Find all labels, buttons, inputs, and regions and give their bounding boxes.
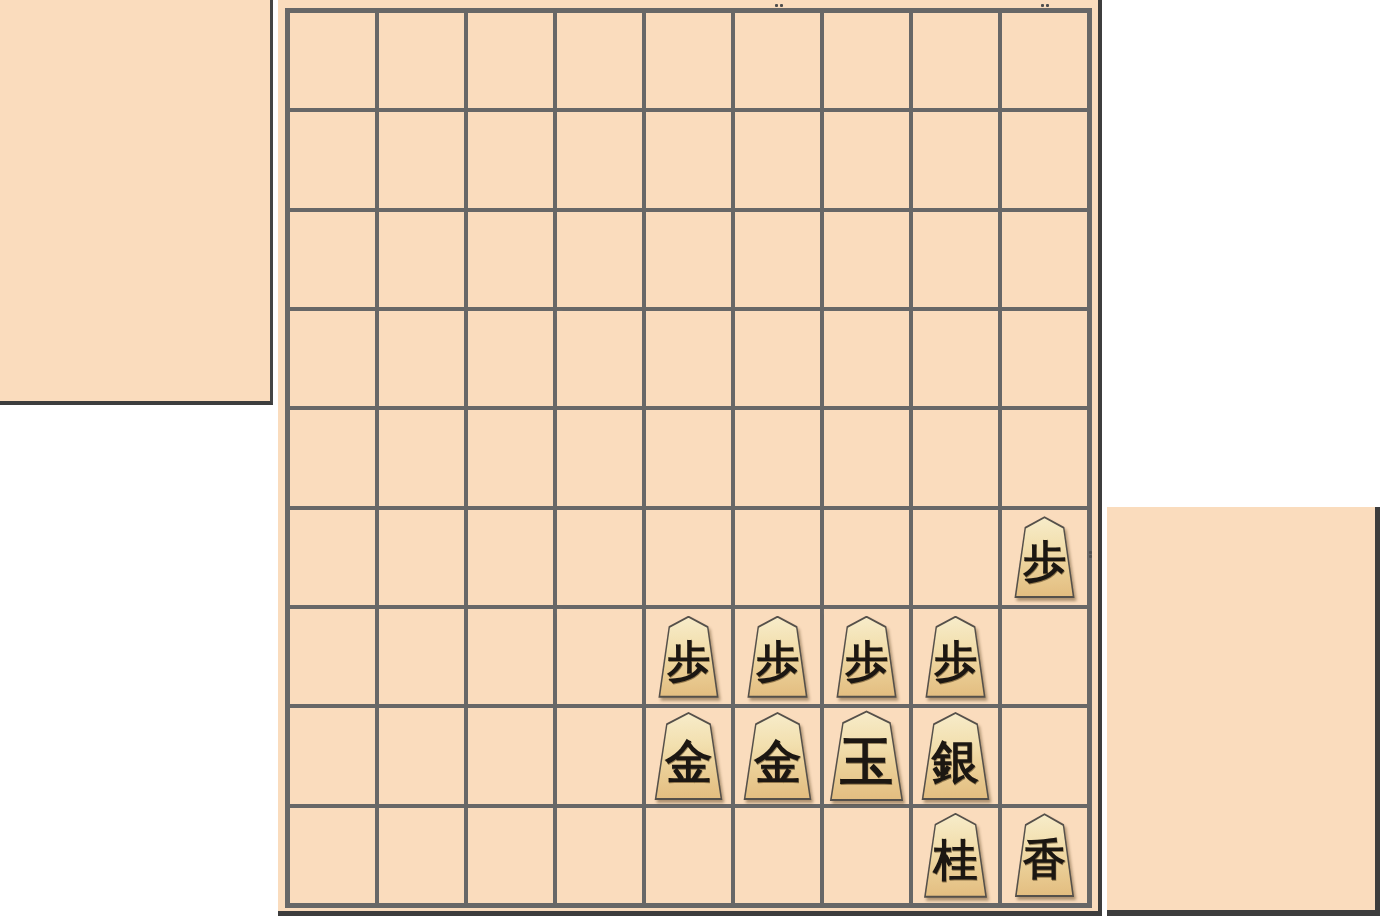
square-4a[interactable] [735, 13, 820, 108]
square-3a[interactable] [824, 13, 909, 108]
piece-gold-5h[interactable]: 金 [653, 712, 725, 800]
piece-pawn-1f[interactable]: 歩 [1013, 516, 1077, 598]
koma-shape: 歩 [1013, 516, 1077, 598]
square-4g[interactable]: 歩 [735, 609, 820, 704]
square-6d[interactable] [557, 311, 642, 406]
square-6f[interactable] [557, 510, 642, 605]
square-9a[interactable] [290, 13, 375, 108]
square-9g[interactable] [290, 609, 375, 704]
silver-kanji-label: 銀 [932, 727, 979, 784]
square-6a[interactable] [557, 13, 642, 108]
piece-knight-2i[interactable]: 桂 [922, 813, 989, 898]
square-3c[interactable] [824, 212, 909, 307]
square-5f[interactable] [646, 510, 731, 605]
square-3d[interactable] [824, 311, 909, 406]
piece-pawn-5g[interactable]: 歩 [657, 616, 721, 698]
koma-shape: 玉 [828, 710, 906, 801]
clipped-label-dots [1089, 551, 1092, 554]
square-1c[interactable] [1002, 212, 1087, 307]
square-8g[interactable] [379, 609, 464, 704]
piece-pawn-2g[interactable]: 歩 [924, 616, 988, 698]
square-3h[interactable]: 玉 [824, 708, 909, 803]
square-1e[interactable] [1002, 410, 1087, 505]
square-3b[interactable] [824, 112, 909, 207]
clipped-label-dots [1041, 4, 1044, 7]
koma-shape: 金 [742, 712, 814, 800]
square-1b[interactable] [1002, 112, 1087, 207]
square-2h[interactable]: 銀 [913, 708, 998, 803]
koma-face: 玉 [830, 712, 904, 799]
piece-gold-4h[interactable]: 金 [742, 712, 814, 800]
square-9h[interactable] [290, 708, 375, 803]
koma-face: 金 [655, 714, 723, 798]
square-5i[interactable] [646, 808, 731, 903]
koma-shape: 金 [653, 712, 725, 800]
square-5a[interactable] [646, 13, 731, 108]
koma-shape: 歩 [746, 616, 810, 698]
square-5c[interactable] [646, 212, 731, 307]
square-8h[interactable] [379, 708, 464, 803]
square-3f[interactable] [824, 510, 909, 605]
piece-king-3h[interactable]: 玉 [828, 710, 906, 801]
piece-lance-1i[interactable]: 香 [1013, 813, 1076, 897]
square-4h[interactable]: 金 [735, 708, 820, 803]
square-9c[interactable] [290, 212, 375, 307]
square-8b[interactable] [379, 112, 464, 207]
koma-face: 歩 [748, 618, 808, 696]
square-7c[interactable] [468, 212, 553, 307]
square-6e[interactable] [557, 410, 642, 505]
sente-hand-tray[interactable] [1107, 507, 1380, 916]
piece-pawn-3g[interactable]: 歩 [835, 616, 899, 698]
square-7f[interactable] [468, 510, 553, 605]
koma-face: 歩 [659, 618, 719, 696]
shogi-app: 歩歩歩歩歩金金玉銀桂香 [0, 0, 1380, 916]
square-3g[interactable]: 歩 [824, 609, 909, 704]
square-4i[interactable] [735, 808, 820, 903]
koma-face: 金 [744, 714, 812, 798]
square-4b[interactable] [735, 112, 820, 207]
pawn-kanji-label: 歩 [1023, 531, 1066, 583]
square-8d[interactable] [379, 311, 464, 406]
koma-shape: 桂 [922, 813, 989, 898]
square-8i[interactable] [379, 808, 464, 903]
pawn-kanji-label: 歩 [667, 631, 710, 683]
square-2g[interactable]: 歩 [913, 609, 998, 704]
square-2i[interactable]: 桂 [913, 808, 998, 903]
square-9d[interactable] [290, 311, 375, 406]
square-9b[interactable] [290, 112, 375, 207]
square-5e[interactable] [646, 410, 731, 505]
square-6h[interactable] [557, 708, 642, 803]
square-6g[interactable] [557, 609, 642, 704]
square-8a[interactable] [379, 13, 464, 108]
square-4d[interactable] [735, 311, 820, 406]
gote-hand-tray[interactable] [0, 0, 273, 405]
square-2e[interactable] [913, 410, 998, 505]
koma-face: 歩 [1015, 518, 1075, 596]
square-2c[interactable] [913, 212, 998, 307]
square-7d[interactable] [468, 311, 553, 406]
piece-silver-2h[interactable]: 銀 [920, 712, 992, 800]
square-3i[interactable] [824, 808, 909, 903]
clipped-label-dots [775, 4, 778, 7]
square-1i[interactable]: 香 [1002, 808, 1087, 903]
piece-pawn-4g[interactable]: 歩 [746, 616, 810, 698]
pawn-kanji-label: 歩 [845, 631, 888, 683]
pawn-kanji-label: 歩 [934, 631, 977, 683]
square-8e[interactable] [379, 410, 464, 505]
square-2b[interactable] [913, 112, 998, 207]
koma-face: 歩 [926, 618, 986, 696]
square-4f[interactable] [735, 510, 820, 605]
koma-shape: 銀 [920, 712, 992, 800]
square-2a[interactable] [913, 13, 998, 108]
square-1h[interactable] [1002, 708, 1087, 803]
koma-face: 香 [1015, 815, 1074, 895]
koma-face: 銀 [922, 714, 990, 798]
square-8c[interactable] [379, 212, 464, 307]
square-9e[interactable] [290, 410, 375, 505]
square-8f[interactable] [379, 510, 464, 605]
square-7e[interactable] [468, 410, 553, 505]
gold-kanji-label: 金 [665, 727, 712, 784]
koma-shape: 歩 [835, 616, 899, 698]
board-panel: 歩歩歩歩歩金金玉銀桂香 [278, 0, 1102, 916]
knight-kanji-label: 桂 [934, 829, 978, 882]
square-5g[interactable]: 歩 [646, 609, 731, 704]
square-5h[interactable]: 金 [646, 708, 731, 803]
square-9i[interactable] [290, 808, 375, 903]
square-2d[interactable] [913, 311, 998, 406]
koma-face: 桂 [924, 815, 987, 896]
square-7h[interactable] [468, 708, 553, 803]
square-1g[interactable] [1002, 609, 1087, 704]
king-kanji-label: 玉 [840, 724, 893, 788]
square-7b[interactable] [468, 112, 553, 207]
pawn-kanji-label: 歩 [756, 631, 799, 683]
square-3e[interactable] [824, 410, 909, 505]
square-1d[interactable] [1002, 311, 1087, 406]
square-5b[interactable] [646, 112, 731, 207]
square-4c[interactable] [735, 212, 820, 307]
koma-face: 歩 [837, 618, 897, 696]
square-6i[interactable] [557, 808, 642, 903]
koma-shape: 香 [1013, 813, 1076, 897]
square-1a[interactable] [1002, 13, 1087, 108]
square-1f[interactable]: 歩 [1002, 510, 1087, 605]
square-7a[interactable] [468, 13, 553, 108]
gold-kanji-label: 金 [754, 727, 801, 784]
shogi-board: 歩歩歩歩歩金金玉銀桂香 [285, 8, 1092, 908]
square-7i[interactable] [468, 808, 553, 903]
square-6c[interactable] [557, 212, 642, 307]
square-9f[interactable] [290, 510, 375, 605]
square-7g[interactable] [468, 609, 553, 704]
square-5d[interactable] [646, 311, 731, 406]
lance-kanji-label: 香 [1023, 829, 1066, 881]
square-2f[interactable] [913, 510, 998, 605]
square-4e[interactable] [735, 410, 820, 505]
square-6b[interactable] [557, 112, 642, 207]
koma-shape: 歩 [657, 616, 721, 698]
koma-shape: 歩 [924, 616, 988, 698]
